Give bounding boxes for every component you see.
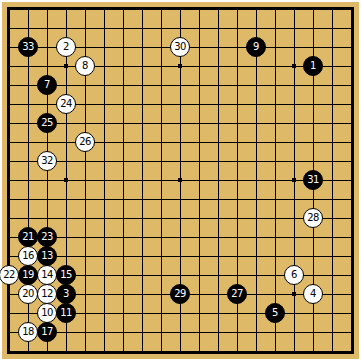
white-stone-move-12: 12 xyxy=(37,284,57,304)
white-stone-move-6: 6 xyxy=(284,265,304,285)
board-intersection: 26 xyxy=(76,133,95,152)
white-stone-move-8: 8 xyxy=(75,56,95,76)
white-stone-move-18: 18 xyxy=(18,322,38,342)
black-stone-move-33: 33 xyxy=(18,37,38,57)
black-stone-move-17: 17 xyxy=(37,322,57,342)
board-intersection: 13 xyxy=(38,247,57,266)
black-stone-move-7: 7 xyxy=(37,75,57,95)
go-board: 1234567891011121314151617181920212223242… xyxy=(0,0,361,361)
black-stone-move-13: 13 xyxy=(37,246,57,266)
board-intersection: 5 xyxy=(266,304,285,323)
white-stone-move-20: 20 xyxy=(18,284,38,304)
board-intersection: 33 xyxy=(19,38,38,57)
black-stone-move-27: 27 xyxy=(227,284,247,304)
board-intersection: 17 xyxy=(38,323,57,342)
black-stone-move-3: 3 xyxy=(56,284,76,304)
board-intersection: 30 xyxy=(171,38,190,57)
white-stone-move-26: 26 xyxy=(75,132,95,152)
board-intersection: 25 xyxy=(38,114,57,133)
board-intersection: 7 xyxy=(38,76,57,95)
board-intersection: 32 xyxy=(38,152,57,171)
white-stone-move-16: 16 xyxy=(18,246,38,266)
black-stone-move-21: 21 xyxy=(18,227,38,247)
board-intersection: 11 xyxy=(57,304,76,323)
white-stone-move-28: 28 xyxy=(303,208,323,228)
black-stone-move-5: 5 xyxy=(265,303,285,323)
board-intersection: 27 xyxy=(228,285,247,304)
board-intersection: 1 xyxy=(304,57,323,76)
board-intersection: 23 xyxy=(38,228,57,247)
white-stone-move-32: 32 xyxy=(37,151,57,171)
black-stone-move-25: 25 xyxy=(37,113,57,133)
black-stone-move-15: 15 xyxy=(56,265,76,285)
board-intersection: 10 xyxy=(38,304,57,323)
board-intersection: 22 xyxy=(0,266,19,285)
board-intersection: 20 xyxy=(19,285,38,304)
board-intersection: 28 xyxy=(304,209,323,228)
white-stone-move-10: 10 xyxy=(37,303,57,323)
board-intersection: 15 xyxy=(57,266,76,285)
white-stone-move-14: 14 xyxy=(37,265,57,285)
white-stone-move-2: 2 xyxy=(56,37,76,57)
black-stone-move-19: 19 xyxy=(18,265,38,285)
board-intersection: 12 xyxy=(38,285,57,304)
board-intersection: 14 xyxy=(38,266,57,285)
board-intersection: 24 xyxy=(57,95,76,114)
board-intersection: 19 xyxy=(19,266,38,285)
white-stone-move-22: 22 xyxy=(0,265,19,285)
stones-grid: 1234567891011121314151617181920212223242… xyxy=(0,0,361,361)
black-stone-move-9: 9 xyxy=(246,37,266,57)
board-intersection: 2 xyxy=(57,38,76,57)
board-intersection: 29 xyxy=(171,285,190,304)
board-intersection: 18 xyxy=(19,323,38,342)
board-intersection: 3 xyxy=(57,285,76,304)
board-intersection: 4 xyxy=(304,285,323,304)
board-intersection: 16 xyxy=(19,247,38,266)
black-stone-move-11: 11 xyxy=(56,303,76,323)
board-intersection: 9 xyxy=(247,38,266,57)
board-intersection: 31 xyxy=(304,171,323,190)
black-stone-move-23: 23 xyxy=(37,227,57,247)
board-intersection: 8 xyxy=(76,57,95,76)
white-stone-move-4: 4 xyxy=(303,284,323,304)
black-stone-move-29: 29 xyxy=(170,284,190,304)
black-stone-move-31: 31 xyxy=(303,170,323,190)
white-stone-move-24: 24 xyxy=(56,94,76,114)
white-stone-move-30: 30 xyxy=(170,37,190,57)
board-intersection: 21 xyxy=(19,228,38,247)
board-intersection: 6 xyxy=(285,266,304,285)
black-stone-move-1: 1 xyxy=(303,56,323,76)
